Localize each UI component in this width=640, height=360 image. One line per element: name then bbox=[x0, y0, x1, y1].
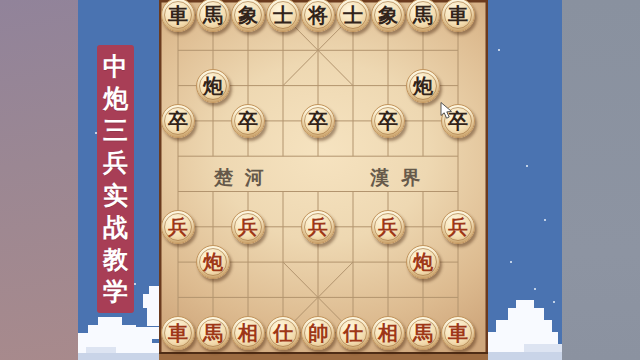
piece-red-cannon[interactable]: 炮 bbox=[406, 245, 440, 279]
piece-glyph: 車 bbox=[168, 323, 188, 343]
piece-glyph: 車 bbox=[448, 323, 468, 343]
mouse-cursor bbox=[440, 102, 456, 124]
piece-red-elephant[interactable]: 相 bbox=[231, 316, 265, 350]
piece-glyph: 象 bbox=[378, 5, 398, 25]
piece-red-elephant[interactable]: 相 bbox=[371, 316, 405, 350]
star-pixel bbox=[544, 219, 546, 221]
star-pixel bbox=[534, 288, 536, 290]
piece-black-elephant[interactable]: 象 bbox=[231, 0, 265, 32]
piece-black-horse[interactable]: 馬 bbox=[196, 0, 230, 32]
cloud bbox=[143, 286, 160, 326]
piece-black-chariot[interactable]: 車 bbox=[441, 0, 475, 32]
piece-black-soldier[interactable]: 卒 bbox=[371, 104, 405, 138]
piece-glyph: 相 bbox=[378, 323, 398, 343]
piece-red-advisor[interactable]: 仕 bbox=[266, 316, 300, 350]
star-pixel bbox=[498, 49, 500, 51]
piece-black-soldier[interactable]: 卒 bbox=[301, 104, 335, 138]
piece-glyph: 車 bbox=[448, 5, 468, 25]
cloud bbox=[488, 292, 562, 360]
piece-glyph: 馬 bbox=[203, 5, 223, 25]
piece-glyph: 炮 bbox=[203, 76, 223, 96]
piece-glyph: 将 bbox=[308, 5, 328, 25]
piece-glyph: 仕 bbox=[273, 323, 293, 343]
piece-glyph: 兵 bbox=[168, 217, 188, 237]
piece-glyph: 炮 bbox=[203, 252, 223, 272]
piece-glyph: 象 bbox=[238, 5, 258, 25]
piece-glyph: 卒 bbox=[168, 111, 188, 131]
piece-glyph: 士 bbox=[273, 5, 293, 25]
piece-glyph: 兵 bbox=[238, 217, 258, 237]
star-pixel bbox=[526, 165, 528, 167]
left-blur-panel bbox=[0, 0, 78, 360]
piece-glyph: 馬 bbox=[203, 323, 223, 343]
piece-black-soldier[interactable]: 卒 bbox=[231, 104, 265, 138]
piece-red-general[interactable]: 帥 bbox=[301, 316, 335, 350]
piece-glyph: 馬 bbox=[413, 5, 433, 25]
piece-red-soldier[interactable]: 兵 bbox=[301, 210, 335, 244]
star-pixel bbox=[134, 283, 136, 285]
piece-glyph: 兵 bbox=[378, 217, 398, 237]
piece-black-advisor[interactable]: 士 bbox=[336, 0, 370, 32]
piece-glyph: 仕 bbox=[343, 323, 363, 343]
piece-black-advisor[interactable]: 士 bbox=[266, 0, 300, 32]
piece-glyph: 卒 bbox=[308, 111, 328, 131]
right-blur-panel bbox=[562, 0, 640, 360]
piece-red-horse[interactable]: 馬 bbox=[196, 316, 230, 350]
piece-red-advisor[interactable]: 仕 bbox=[336, 316, 370, 350]
piece-black-horse[interactable]: 馬 bbox=[406, 0, 440, 32]
piece-glyph: 士 bbox=[343, 5, 363, 25]
piece-black-general[interactable]: 将 bbox=[301, 0, 335, 32]
piece-glyph: 馬 bbox=[413, 323, 433, 343]
piece-black-soldier[interactable]: 卒 bbox=[161, 104, 195, 138]
star-pixel bbox=[510, 261, 512, 263]
piece-red-soldier[interactable]: 兵 bbox=[231, 210, 265, 244]
title-banner: 中炮三兵实战教学 bbox=[97, 45, 134, 313]
piece-glyph: 兵 bbox=[308, 217, 328, 237]
piece-layer: 車馬象士将士象馬車炮炮卒卒卒卒卒兵兵兵兵兵炮炮車馬相仕帥仕相馬車 bbox=[159, 0, 488, 360]
piece-red-soldier[interactable]: 兵 bbox=[161, 210, 195, 244]
piece-red-horse[interactable]: 馬 bbox=[406, 316, 440, 350]
piece-glyph: 帥 bbox=[308, 323, 328, 343]
piece-glyph: 車 bbox=[168, 5, 188, 25]
piece-glyph: 炮 bbox=[413, 252, 433, 272]
piece-glyph: 炮 bbox=[413, 76, 433, 96]
piece-red-soldier[interactable]: 兵 bbox=[371, 210, 405, 244]
piece-red-chariot[interactable]: 車 bbox=[441, 316, 475, 350]
piece-black-chariot[interactable]: 車 bbox=[161, 0, 195, 32]
piece-black-cannon[interactable]: 炮 bbox=[406, 69, 440, 103]
piece-red-chariot[interactable]: 車 bbox=[161, 316, 195, 350]
piece-red-cannon[interactable]: 炮 bbox=[196, 245, 230, 279]
xiangqi-board[interactable]: 楚河 漢界 車馬象士将士象馬車炮炮卒卒卒卒卒兵兵兵兵兵炮炮車馬相仕帥仕相馬車 bbox=[159, 0, 488, 360]
piece-red-soldier[interactable]: 兵 bbox=[441, 210, 475, 244]
piece-glyph: 卒 bbox=[378, 111, 398, 131]
piece-glyph: 兵 bbox=[448, 217, 468, 237]
piece-glyph: 相 bbox=[238, 323, 258, 343]
piece-glyph: 卒 bbox=[238, 111, 258, 131]
piece-black-cannon[interactable]: 炮 bbox=[196, 69, 230, 103]
piece-black-elephant[interactable]: 象 bbox=[371, 0, 405, 32]
